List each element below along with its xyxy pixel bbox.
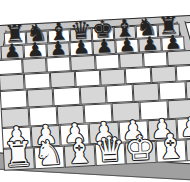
square-b4[interactable] xyxy=(26,88,53,107)
square-a5[interactable] xyxy=(0,74,25,91)
square-b1[interactable]: ♞ xyxy=(33,146,65,170)
black-pawn[interactable]: ♟ xyxy=(3,41,21,61)
white-rook[interactable]: ♜ xyxy=(2,136,34,172)
square-g1[interactable]: ♞ xyxy=(186,138,190,162)
square-h4[interactable] xyxy=(185,80,190,99)
square-e4[interactable] xyxy=(106,84,133,103)
square-b5[interactable] xyxy=(24,72,50,89)
board-squares: ♜♞♝♛♚♝♞♜♟♟♟♟♟♟♟♟♟♟♟♟♟♟♟♟♜♞♝♛♚♝♞♜ xyxy=(0,23,190,171)
black-pawn[interactable]: ♟ xyxy=(26,40,44,60)
square-f1[interactable]: ♝ xyxy=(155,139,187,163)
square-d4[interactable] xyxy=(79,85,106,104)
chessboard-illustration: ♜♞♝♛♚♝♞♜♟♟♟♟♟♟♟♟♟♟♟♟♟♟♟♟♜♞♝♛♚♝♞♜ xyxy=(0,0,190,182)
white-bishop[interactable]: ♝ xyxy=(63,133,95,169)
square-g4[interactable] xyxy=(159,81,186,100)
square-c1[interactable]: ♝ xyxy=(64,144,96,168)
black-pawn[interactable]: ♟ xyxy=(72,37,90,57)
black-pawn[interactable]: ♟ xyxy=(164,32,182,52)
white-knight[interactable]: ♞ xyxy=(33,135,65,171)
square-a1[interactable]: ♜ xyxy=(3,147,35,171)
square-g5[interactable] xyxy=(150,66,176,83)
square-c5[interactable] xyxy=(49,71,75,88)
square-e7[interactable]: ♟ xyxy=(92,40,116,55)
square-d1[interactable]: ♛ xyxy=(94,143,126,167)
square-e5[interactable] xyxy=(100,68,126,85)
square-a4[interactable] xyxy=(0,90,27,109)
square-d5[interactable] xyxy=(75,70,101,87)
white-king[interactable]: ♚ xyxy=(124,130,156,166)
square-f7[interactable]: ♟ xyxy=(115,39,139,54)
square-g7[interactable]: ♟ xyxy=(138,37,162,52)
square-h7[interactable]: ♟ xyxy=(161,36,185,51)
square-b7[interactable]: ♟ xyxy=(23,43,47,58)
black-pawn[interactable]: ♟ xyxy=(141,34,159,54)
rank-1: ♜♞♝♛♚♝♞♜ xyxy=(3,136,190,171)
white-queen[interactable]: ♛ xyxy=(94,132,126,168)
square-c4[interactable] xyxy=(53,87,80,106)
black-pawn[interactable]: ♟ xyxy=(95,36,113,56)
square-f5[interactable] xyxy=(125,67,151,84)
black-pawn[interactable]: ♟ xyxy=(49,38,67,58)
white-bishop[interactable]: ♝ xyxy=(155,128,187,164)
chess-board: ♜♞♝♛♚♝♞♜♟♟♟♟♟♟♟♟♟♟♟♟♟♟♟♟♜♞♝♛♚♝♞♜ xyxy=(0,15,190,171)
square-c7[interactable]: ♟ xyxy=(46,42,70,57)
square-h5[interactable] xyxy=(175,64,190,81)
square-d7[interactable]: ♟ xyxy=(69,41,93,56)
square-a7[interactable]: ♟ xyxy=(0,45,24,60)
black-pawn[interactable]: ♟ xyxy=(118,35,136,55)
square-e1[interactable]: ♚ xyxy=(125,141,157,165)
square-f4[interactable] xyxy=(132,83,159,102)
white-knight[interactable]: ♞ xyxy=(185,127,190,163)
